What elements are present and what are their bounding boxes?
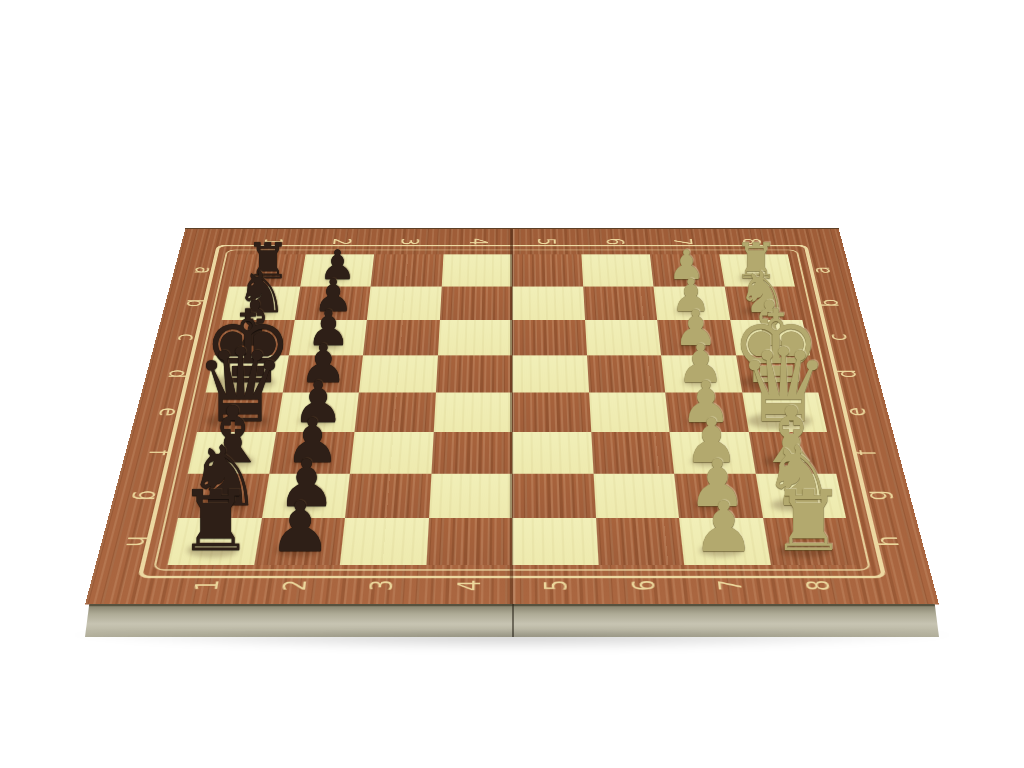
square-h5[interactable] <box>512 518 598 565</box>
square-a4[interactable] <box>441 254 512 286</box>
label-rank-4-top: 4 <box>466 238 490 245</box>
square-f5[interactable] <box>512 432 593 474</box>
label-rank-8-bottom: 8 <box>801 580 834 591</box>
square-g5[interactable] <box>512 474 596 518</box>
square-c4[interactable] <box>437 320 512 355</box>
label-rank-6-top: 6 <box>602 238 627 245</box>
piece-dark-pawn-h2[interactable]: ♟ <box>269 493 331 563</box>
label-file-d-right: d <box>831 369 860 377</box>
square-h4[interactable] <box>426 518 512 565</box>
label-rank-3-top: 3 <box>397 238 422 245</box>
square-c3[interactable] <box>363 320 439 355</box>
label-file-e-left: e <box>154 408 183 417</box>
square-g4[interactable] <box>428 474 512 518</box>
label-file-a-left: a <box>190 267 216 274</box>
label-rank-5-bottom: 5 <box>540 580 571 591</box>
label-file-h-right: h <box>870 536 902 547</box>
label-file-d-left: d <box>164 369 193 377</box>
piece-gold-pawn-h7[interactable]: ♟ <box>693 493 755 563</box>
label-file-g-right: g <box>860 491 891 501</box>
label-rank-2-bottom: 2 <box>278 580 310 591</box>
label-file-f-right: f <box>850 450 879 455</box>
square-d6[interactable] <box>587 355 666 392</box>
square-c6[interactable] <box>585 320 661 355</box>
label-rank-4-bottom: 4 <box>453 580 484 591</box>
label-rank-5-top: 5 <box>534 238 558 245</box>
square-e4[interactable] <box>433 393 512 432</box>
square-b5[interactable] <box>512 286 585 320</box>
square-a5[interactable] <box>512 254 583 286</box>
square-d5[interactable] <box>512 355 589 392</box>
square-h3[interactable] <box>340 518 429 565</box>
square-a6[interactable] <box>581 254 653 286</box>
square-b3[interactable] <box>367 286 441 320</box>
square-e5[interactable] <box>512 393 591 432</box>
label-file-g-left: g <box>133 491 164 501</box>
square-b6[interactable] <box>583 286 657 320</box>
square-f4[interactable] <box>431 432 512 474</box>
square-g6[interactable] <box>593 474 679 518</box>
label-file-a-right: a <box>807 267 833 274</box>
label-file-f-left: f <box>144 450 173 455</box>
label-rank-3-bottom: 3 <box>365 580 397 591</box>
square-f6[interactable] <box>591 432 674 474</box>
label-file-h-left: h <box>121 536 153 547</box>
square-e6[interactable] <box>589 393 670 432</box>
label-rank-6-bottom: 6 <box>627 580 659 591</box>
square-e3[interactable] <box>354 393 435 432</box>
label-rank-7-bottom: 7 <box>714 580 746 591</box>
product-photo-scene: 12345678 12345678 abcdefgh abcdefgh ♜♞♝♚… <box>0 0 1024 768</box>
square-g3[interactable] <box>345 474 431 518</box>
square-b4[interactable] <box>439 286 512 320</box>
square-f3[interactable] <box>350 432 433 474</box>
square-d3[interactable] <box>359 355 438 392</box>
board-shadow <box>70 633 954 651</box>
label-rank-1-bottom: 1 <box>190 580 223 591</box>
square-a3[interactable] <box>371 254 443 286</box>
label-file-e-right: e <box>840 408 869 417</box>
square-d4[interactable] <box>435 355 512 392</box>
square-c5[interactable] <box>512 320 587 355</box>
fold-seam <box>510 229 513 607</box>
square-h6[interactable] <box>596 518 685 565</box>
piece-dark-rook-h1[interactable]: ♜ <box>178 481 253 564</box>
piece-gold-rook-h8[interactable]: ♜ <box>771 481 846 564</box>
